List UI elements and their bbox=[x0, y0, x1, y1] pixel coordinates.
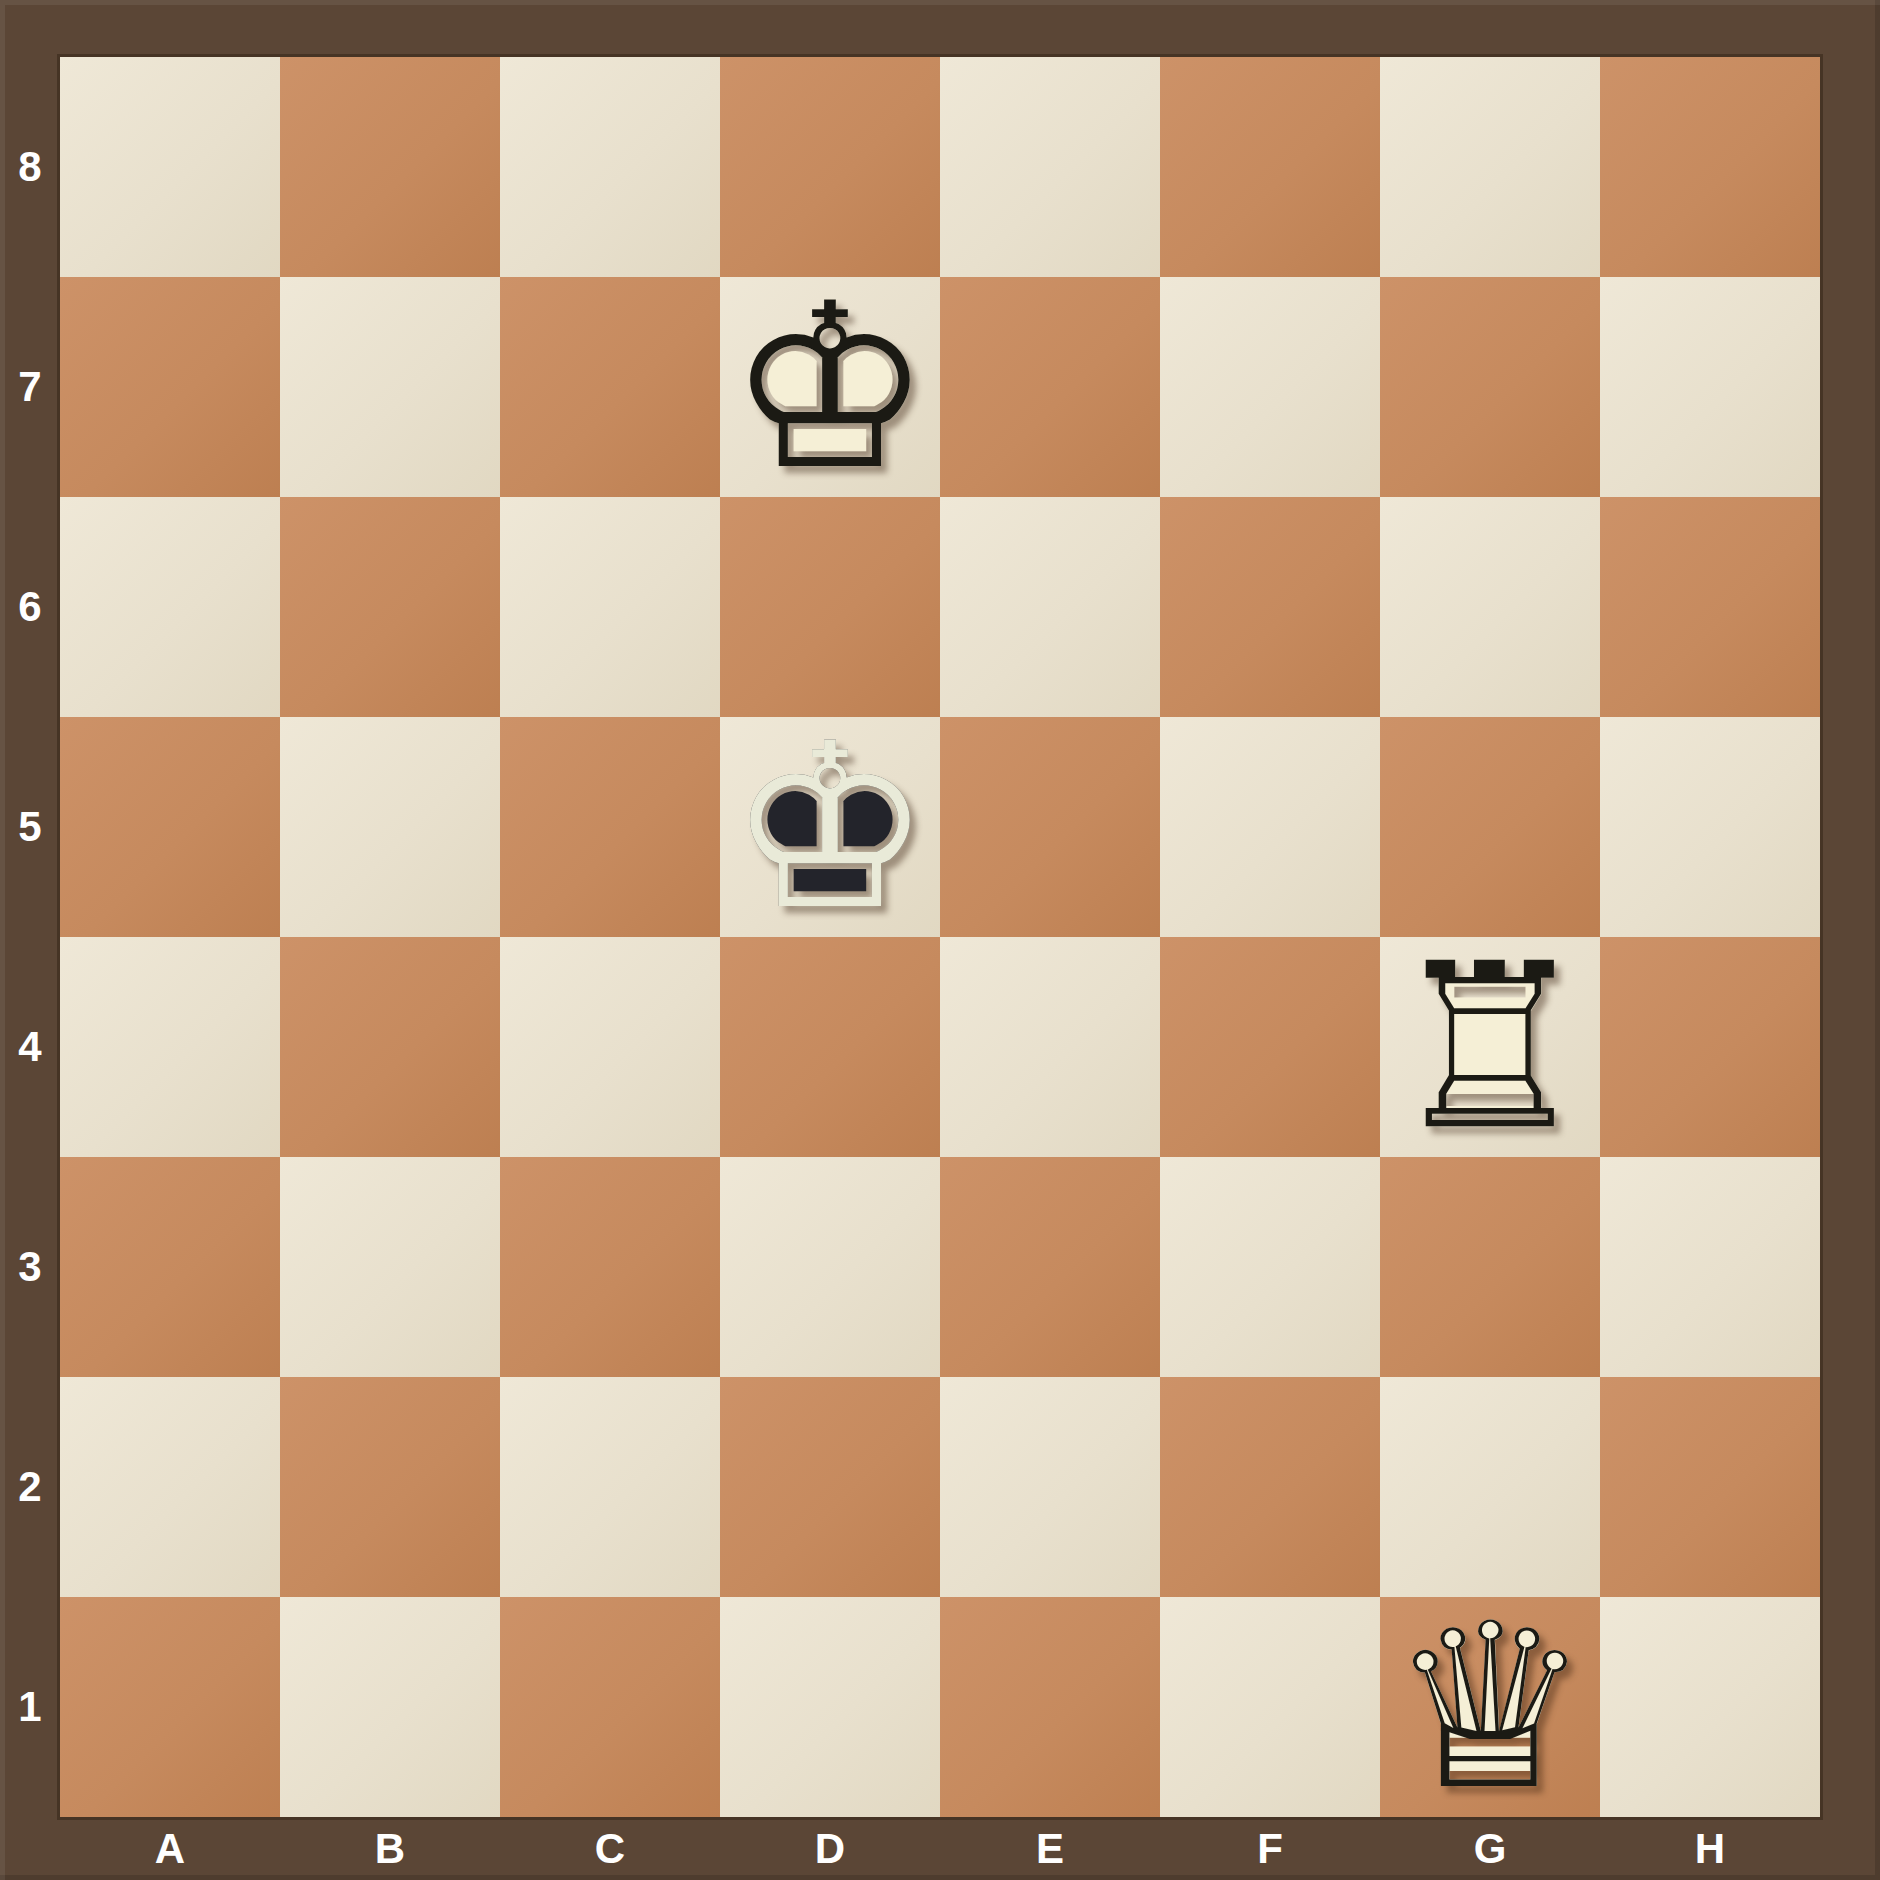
square-b5[interactable] bbox=[280, 717, 500, 937]
black-king-glyph-outline: ♔ bbox=[720, 717, 940, 937]
chessboard-frame: 87654321 ABCDEFGH ♚♔♚♔♜♖♛♕ bbox=[0, 0, 1880, 1880]
square-f5[interactable] bbox=[1160, 717, 1380, 937]
square-a7[interactable] bbox=[60, 277, 280, 497]
square-d7[interactable]: ♚♔ bbox=[720, 277, 940, 497]
white-queen-glyph-outline: ♕ bbox=[1380, 1597, 1600, 1817]
square-g6[interactable] bbox=[1380, 497, 1600, 717]
square-e8[interactable] bbox=[940, 57, 1160, 277]
square-f7[interactable] bbox=[1160, 277, 1380, 497]
file-label-e: E bbox=[940, 1817, 1160, 1880]
square-f2[interactable] bbox=[1160, 1377, 1380, 1597]
square-c7[interactable] bbox=[500, 277, 720, 497]
rank-label-2: 2 bbox=[0, 1377, 60, 1597]
file-label-c: C bbox=[500, 1817, 720, 1880]
square-h6[interactable] bbox=[1600, 497, 1820, 717]
rank-label-3: 3 bbox=[0, 1157, 60, 1377]
square-e2[interactable] bbox=[940, 1377, 1160, 1597]
file-label-a: A bbox=[60, 1817, 280, 1880]
file-label-h: H bbox=[1600, 1817, 1820, 1880]
square-e7[interactable] bbox=[940, 277, 1160, 497]
square-c3[interactable] bbox=[500, 1157, 720, 1377]
square-h7[interactable] bbox=[1600, 277, 1820, 497]
square-g4[interactable]: ♜♖ bbox=[1380, 937, 1600, 1157]
square-b3[interactable] bbox=[280, 1157, 500, 1377]
square-f1[interactable] bbox=[1160, 1597, 1380, 1817]
square-h2[interactable] bbox=[1600, 1377, 1820, 1597]
black-king-piece[interactable]: ♚♔ bbox=[720, 717, 940, 937]
square-g2[interactable] bbox=[1380, 1377, 1600, 1597]
square-c4[interactable] bbox=[500, 937, 720, 1157]
square-c6[interactable] bbox=[500, 497, 720, 717]
square-g1[interactable]: ♛♕ bbox=[1380, 1597, 1600, 1817]
file-label-f: F bbox=[1160, 1817, 1380, 1880]
square-b8[interactable] bbox=[280, 57, 500, 277]
white-queen-piece[interactable]: ♛♕ bbox=[1380, 1597, 1600, 1817]
rank-label-5: 5 bbox=[0, 717, 60, 937]
square-g7[interactable] bbox=[1380, 277, 1600, 497]
square-a4[interactable] bbox=[60, 937, 280, 1157]
file-label-d: D bbox=[720, 1817, 940, 1880]
square-d2[interactable] bbox=[720, 1377, 940, 1597]
white-king-piece[interactable]: ♚♔ bbox=[720, 277, 940, 497]
square-e1[interactable] bbox=[940, 1597, 1160, 1817]
square-h5[interactable] bbox=[1600, 717, 1820, 937]
square-a5[interactable] bbox=[60, 717, 280, 937]
square-a8[interactable] bbox=[60, 57, 280, 277]
square-f3[interactable] bbox=[1160, 1157, 1380, 1377]
square-d1[interactable] bbox=[720, 1597, 940, 1817]
square-b2[interactable] bbox=[280, 1377, 500, 1597]
rank-label-7: 7 bbox=[0, 277, 60, 497]
square-c1[interactable] bbox=[500, 1597, 720, 1817]
square-d4[interactable] bbox=[720, 937, 940, 1157]
square-e4[interactable] bbox=[940, 937, 1160, 1157]
square-e6[interactable] bbox=[940, 497, 1160, 717]
square-f8[interactable] bbox=[1160, 57, 1380, 277]
square-a6[interactable] bbox=[60, 497, 280, 717]
square-g8[interactable] bbox=[1380, 57, 1600, 277]
square-f4[interactable] bbox=[1160, 937, 1380, 1157]
square-h8[interactable] bbox=[1600, 57, 1820, 277]
rank-labels: 87654321 bbox=[0, 57, 60, 1817]
square-d5[interactable]: ♚♔ bbox=[720, 717, 940, 937]
square-c5[interactable] bbox=[500, 717, 720, 937]
square-h3[interactable] bbox=[1600, 1157, 1820, 1377]
square-g3[interactable] bbox=[1380, 1157, 1600, 1377]
square-h1[interactable] bbox=[1600, 1597, 1820, 1817]
square-e5[interactable] bbox=[940, 717, 1160, 937]
square-e3[interactable] bbox=[940, 1157, 1160, 1377]
square-a1[interactable] bbox=[60, 1597, 280, 1817]
file-label-b: B bbox=[280, 1817, 500, 1880]
square-f6[interactable] bbox=[1160, 497, 1380, 717]
rank-label-1: 1 bbox=[0, 1597, 60, 1817]
square-d6[interactable] bbox=[720, 497, 940, 717]
white-rook-piece[interactable]: ♜♖ bbox=[1380, 937, 1600, 1157]
white-king-glyph-outline: ♔ bbox=[720, 277, 940, 497]
square-d8[interactable] bbox=[720, 57, 940, 277]
square-a3[interactable] bbox=[60, 1157, 280, 1377]
square-b1[interactable] bbox=[280, 1597, 500, 1817]
rank-label-4: 4 bbox=[0, 937, 60, 1157]
square-c2[interactable] bbox=[500, 1377, 720, 1597]
white-rook-glyph-outline: ♖ bbox=[1380, 937, 1600, 1157]
square-b6[interactable] bbox=[280, 497, 500, 717]
rank-label-8: 8 bbox=[0, 57, 60, 277]
square-c8[interactable] bbox=[500, 57, 720, 277]
square-g5[interactable] bbox=[1380, 717, 1600, 937]
square-h4[interactable] bbox=[1600, 937, 1820, 1157]
square-b7[interactable] bbox=[280, 277, 500, 497]
chessboard: ♚♔♚♔♜♖♛♕ bbox=[60, 57, 1820, 1817]
rank-label-6: 6 bbox=[0, 497, 60, 717]
square-b4[interactable] bbox=[280, 937, 500, 1157]
square-d3[interactable] bbox=[720, 1157, 940, 1377]
square-a2[interactable] bbox=[60, 1377, 280, 1597]
